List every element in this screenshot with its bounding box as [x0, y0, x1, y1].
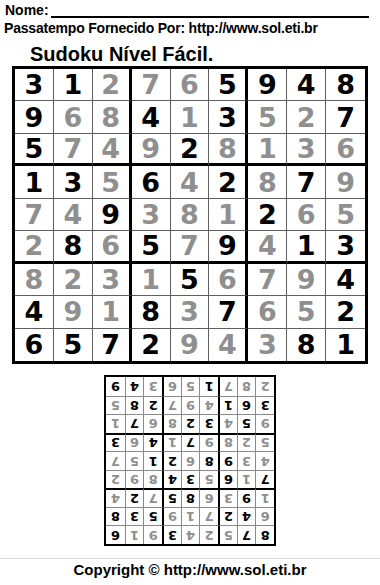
answer-cell-r4c5: 3: [181, 470, 200, 489]
main-cell-r5c8[interactable]: 6: [287, 199, 326, 231]
main-cell-r7c7[interactable]: 7: [248, 264, 287, 296]
main-cell-r5c4[interactable]: 3: [132, 199, 171, 231]
answer-cell-r5c3: 9: [218, 451, 237, 470]
answer-cell-r7c6: 8: [162, 414, 181, 433]
main-cell-r7c1[interactable]: 8: [15, 264, 54, 296]
answer-cell-r9c8: 4: [125, 377, 144, 396]
main-cell-r4c3[interactable]: 5: [93, 166, 132, 198]
answer-cell-r7c3: 4: [218, 414, 237, 433]
name-fill-line: [51, 3, 369, 18]
answer-cell-r6c4: 9: [199, 433, 218, 452]
main-cell-r5c1[interactable]: 7: [15, 199, 54, 231]
main-cell-r7c5[interactable]: 5: [171, 264, 210, 296]
main-cell-r5c2[interactable]: 4: [54, 199, 93, 231]
answer-cell-r8c6: 7: [162, 396, 181, 415]
answer-cell-r9c1: 2: [255, 377, 274, 396]
answer-cell-r2c2: 4: [237, 507, 256, 526]
answer-cell-r7c4: 3: [199, 414, 218, 433]
main-sudoku-grid: 3127659489684135275749281361356428797493…: [12, 66, 368, 364]
main-cell-r9c5[interactable]: 9: [171, 329, 210, 361]
main-cell-r1c2[interactable]: 1: [54, 69, 93, 101]
answer-cell-r9c9: 9: [106, 377, 125, 396]
answer-cell-r4c7: 8: [143, 470, 162, 489]
answer-cell-r7c2: 5: [237, 414, 256, 433]
answer-cell-r4c8: 9: [125, 470, 144, 489]
main-cell-r8c7[interactable]: 6: [248, 296, 287, 328]
answer-cell-r5c7: 1: [143, 451, 162, 470]
main-cell-r4c6[interactable]: 2: [209, 166, 248, 198]
main-cell-r6c1[interactable]: 2: [15, 231, 54, 263]
answer-cell-r4c6: 4: [162, 470, 181, 489]
main-cell-r3c4[interactable]: 9: [132, 134, 171, 166]
main-cell-r4c1[interactable]: 1: [15, 166, 54, 198]
answer-cell-r4c2: 1: [237, 470, 256, 489]
footer-divider: [0, 558, 380, 559]
answer-cell-r1c4: 2: [199, 525, 218, 544]
main-cell-r4c7[interactable]: 8: [248, 166, 287, 198]
answer-cell-r9c3: 7: [218, 377, 237, 396]
main-cell-r8c5[interactable]: 3: [171, 296, 210, 328]
answer-cell-r4c9: 2: [106, 470, 125, 489]
answer-cell-r6c3: 8: [218, 433, 237, 452]
main-cell-r9c3[interactable]: 7: [93, 329, 132, 361]
main-cell-r7c2[interactable]: 2: [54, 264, 93, 296]
main-cell-r6c5[interactable]: 7: [171, 231, 210, 263]
answer-cell-r7c1: 9: [255, 414, 274, 433]
main-cell-r1c9[interactable]: 8: [326, 69, 365, 101]
provider-line: Passatempo Fornecido Por: http://www.sol…: [4, 20, 318, 36]
answer-cell-r3c4: 6: [199, 488, 218, 507]
answer-cell-r8c2: 6: [237, 396, 256, 415]
main-cell-r2c3[interactable]: 8: [93, 101, 132, 133]
answer-cell-r7c5: 2: [181, 414, 200, 433]
answer-cell-r8c4: 4: [199, 396, 218, 415]
main-cell-r5c9[interactable]: 5: [326, 199, 365, 231]
main-cell-r7c8[interactable]: 9: [287, 264, 326, 296]
answer-cell-r7c9: 1: [106, 414, 125, 433]
answer-cell-r1c3: 5: [218, 525, 237, 544]
worksheet-page: Nome: Passatempo Fornecido Por: http://w…: [0, 0, 380, 585]
answer-cell-r3c3: 3: [218, 488, 237, 507]
answer-cell-r1c1: 8: [255, 525, 274, 544]
answer-cell-r3c8: 2: [125, 488, 144, 507]
answer-cell-r2c1: 6: [255, 507, 274, 526]
main-cell-r7c6[interactable]: 6: [209, 264, 248, 296]
main-cell-r7c4[interactable]: 1: [132, 264, 171, 296]
main-cell-r6c9[interactable]: 3: [326, 231, 365, 263]
answer-cell-r7c7: 6: [143, 414, 162, 433]
main-cell-r3c1[interactable]: 5: [15, 134, 54, 166]
answer-cell-r8c5: 9: [181, 396, 200, 415]
answer-cell-r6c1: 5: [255, 433, 274, 452]
answer-cell-r3c9: 4: [106, 488, 125, 507]
main-cell-r2c2[interactable]: 6: [54, 101, 93, 133]
main-cell-r3c8[interactable]: 3: [287, 134, 326, 166]
answer-cell-r1c5: 4: [181, 525, 200, 544]
answer-cell-r3c7: 7: [143, 488, 162, 507]
answer-cell-r4c1: 7: [255, 470, 274, 489]
answer-cell-r4c4: 5: [199, 470, 218, 489]
main-cell-r1c3[interactable]: 2: [93, 69, 132, 101]
name-label: Nome:: [5, 2, 49, 18]
main-cell-r6c6[interactable]: 9: [209, 231, 248, 263]
main-cell-r1c4[interactable]: 7: [132, 69, 171, 101]
main-cell-r4c8[interactable]: 7: [287, 166, 326, 198]
copyright-line: Copyright © http://www.sol.eti.br: [0, 561, 380, 578]
main-cell-r1c1[interactable]: 3: [15, 69, 54, 101]
answer-cell-r1c9: 6: [106, 525, 125, 544]
answer-cell-r6c5: 7: [181, 433, 200, 452]
main-cell-r8c6[interactable]: 7: [209, 296, 248, 328]
main-cell-r5c5[interactable]: 8: [171, 199, 210, 231]
main-cell-r8c4[interactable]: 8: [132, 296, 171, 328]
answer-cell-r8c7: 2: [143, 396, 162, 415]
answer-cell-r5c4: 8: [199, 451, 218, 470]
main-cell-r8c2[interactable]: 9: [54, 296, 93, 328]
answer-cell-r1c8: 1: [125, 525, 144, 544]
answer-cell-r3c6: 5: [162, 488, 181, 507]
answer-cell-r5c2: 3: [237, 451, 256, 470]
main-cell-r3c7[interactable]: 1: [248, 134, 287, 166]
main-cell-r2c8[interactable]: 2: [287, 101, 326, 133]
main-cell-r1c5[interactable]: 6: [171, 69, 210, 101]
main-cell-r4c5[interactable]: 4: [171, 166, 210, 198]
answer-cell-r3c5: 8: [181, 488, 200, 507]
main-cell-r2c1[interactable]: 9: [15, 101, 54, 133]
answer-cell-r2c6: 9: [162, 507, 181, 526]
answer-cell-r8c9: 5: [106, 396, 125, 415]
main-cell-r9c4[interactable]: 2: [132, 329, 171, 361]
name-row: Nome:: [5, 2, 369, 18]
main-cell-r4c2[interactable]: 3: [54, 166, 93, 198]
main-cell-r1c7[interactable]: 9: [248, 69, 287, 101]
main-cell-r3c6[interactable]: 8: [209, 134, 248, 166]
answer-cell-r9c5: 5: [181, 377, 200, 396]
main-cell-r2c7[interactable]: 5: [248, 101, 287, 133]
answer-cell-r6c6: 1: [162, 433, 181, 452]
main-cell-r1c8[interactable]: 4: [287, 69, 326, 101]
answer-cell-r7c8: 7: [125, 414, 144, 433]
answer-cell-r3c1: 1: [255, 488, 274, 507]
main-cell-r5c7[interactable]: 2: [248, 199, 287, 231]
main-cell-r9c2[interactable]: 5: [54, 329, 93, 361]
answer-cell-r5c5: 6: [181, 451, 200, 470]
answer-cell-r2c3: 2: [218, 507, 237, 526]
main-cell-r6c3[interactable]: 6: [93, 231, 132, 263]
main-cell-r6c4[interactable]: 5: [132, 231, 171, 263]
answer-cell-r9c2: 8: [237, 377, 256, 396]
main-cell-r4c9[interactable]: 9: [326, 166, 365, 198]
main-cell-r7c3[interactable]: 3: [93, 264, 132, 296]
main-cell-r6c8[interactable]: 1: [287, 231, 326, 263]
main-cell-r9c6[interactable]: 4: [209, 329, 248, 361]
answer-cell-r3c2: 9: [237, 488, 256, 507]
page-title: Sudoku Nível Fácil.: [30, 43, 213, 66]
answer-grid-rotated-180: 8752439166427195381936857247165348924398…: [104, 375, 276, 546]
answer-cell-r9c4: 1: [199, 377, 218, 396]
answer-cell-r2c4: 7: [199, 507, 218, 526]
answer-cell-r2c7: 5: [143, 507, 162, 526]
answer-cell-r2c8: 3: [125, 507, 144, 526]
main-cell-r9c1[interactable]: 6: [15, 329, 54, 361]
main-cell-r9c7[interactable]: 3: [248, 329, 287, 361]
main-cell-r6c7[interactable]: 4: [248, 231, 287, 263]
main-cell-r2c6[interactable]: 3: [209, 101, 248, 133]
main-cell-r2c4[interactable]: 4: [132, 101, 171, 133]
main-cell-r4c4[interactable]: 6: [132, 166, 171, 198]
main-cell-r5c6[interactable]: 1: [209, 199, 248, 231]
main-cell-r9c8[interactable]: 8: [287, 329, 326, 361]
main-cell-r8c8[interactable]: 5: [287, 296, 326, 328]
answer-cell-r5c9: 7: [106, 451, 125, 470]
main-cell-r8c3[interactable]: 1: [93, 296, 132, 328]
answer-cell-r4c3: 6: [218, 470, 237, 489]
answer-cell-r1c2: 7: [237, 525, 256, 544]
answer-cell-r8c3: 1: [218, 396, 237, 415]
main-cell-r2c5[interactable]: 1: [171, 101, 210, 133]
answer-cell-r9c7: 3: [143, 377, 162, 396]
answer-cell-r6c7: 4: [143, 433, 162, 452]
main-cell-r3c5[interactable]: 2: [171, 134, 210, 166]
main-cell-r2c9[interactable]: 7: [326, 101, 365, 133]
answer-cell-r1c6: 3: [162, 525, 181, 544]
main-cell-r3c3[interactable]: 4: [93, 134, 132, 166]
main-cell-r3c2[interactable]: 7: [54, 134, 93, 166]
answer-cell-r2c5: 1: [181, 507, 200, 526]
main-cell-r7c9[interactable]: 4: [326, 264, 365, 296]
answer-cell-r6c9: 3: [106, 433, 125, 452]
answer-cell-r6c8: 6: [125, 433, 144, 452]
answer-cell-r8c8: 8: [125, 396, 144, 415]
answer-cell-r5c6: 2: [162, 451, 181, 470]
main-cell-r8c9[interactable]: 2: [326, 296, 365, 328]
main-cell-r9c9[interactable]: 1: [326, 329, 365, 361]
answer-cell-r8c1: 3: [255, 396, 274, 415]
answer-cell-r6c2: 2: [237, 433, 256, 452]
answer-cell-r2c9: 8: [106, 507, 125, 526]
answer-cell-r5c8: 5: [125, 451, 144, 470]
main-cell-r5c3[interactable]: 9: [93, 199, 132, 231]
answer-cell-r1c7: 9: [143, 525, 162, 544]
main-cell-r6c2[interactable]: 8: [54, 231, 93, 263]
answer-cell-r9c6: 6: [162, 377, 181, 396]
answer-cell-r5c1: 4: [255, 451, 274, 470]
main-cell-r8c1[interactable]: 4: [15, 296, 54, 328]
main-cell-r1c6[interactable]: 5: [209, 69, 248, 101]
main-cell-r3c9[interactable]: 6: [326, 134, 365, 166]
